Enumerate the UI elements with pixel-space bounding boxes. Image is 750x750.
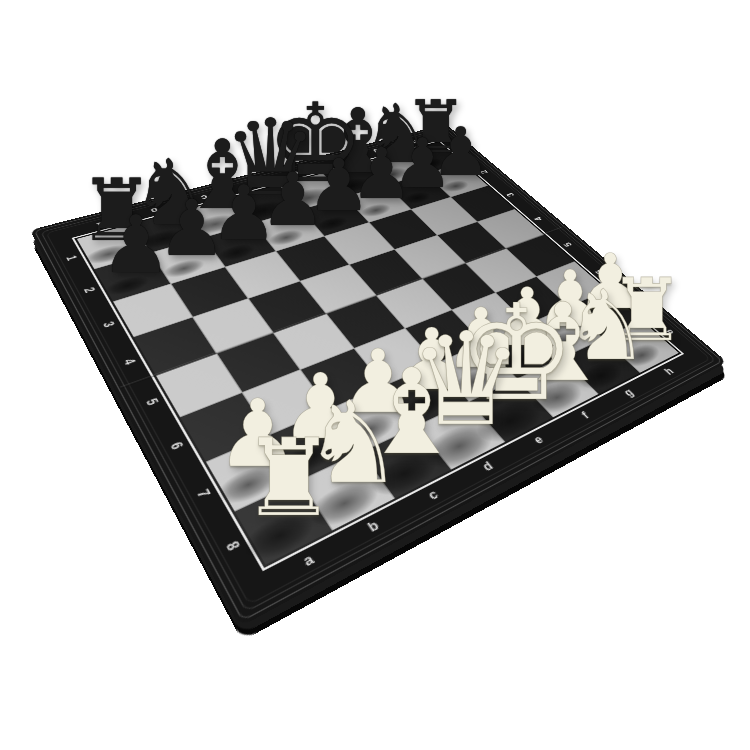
file-label-front-g: g: [621, 387, 636, 399]
rank-label-right-7: 7: [626, 297, 639, 305]
file-label-back-c: c: [199, 193, 210, 201]
file-label-back-d: d: [246, 181, 257, 189]
rank-label-right-6: 6: [593, 268, 606, 275]
file-label-front-a: a: [300, 552, 316, 570]
file-label-front-f: f: [579, 410, 592, 421]
rank-label-left-2: 2: [80, 286, 97, 294]
file-label-back-a: a: [95, 220, 106, 229]
file-label-front-e: e: [531, 433, 546, 446]
rank-label-left-7: 7: [193, 486, 213, 499]
file-label-back-b: b: [148, 206, 159, 214]
file-label-front-c: c: [425, 488, 441, 503]
file-label-back-h: h: [410, 139, 420, 145]
rank-label-left-6: 6: [166, 439, 186, 451]
file-label-back-g: g: [372, 149, 382, 156]
rank-label-right-8: 8: [662, 328, 675, 336]
rank-label-right-2: 2: [478, 169, 490, 174]
rank-label-right-1: 1: [453, 148, 465, 153]
rank-label-right-4: 4: [532, 216, 544, 222]
rank-label-left-4: 4: [120, 356, 138, 366]
rank-label-left-1: 1: [63, 254, 79, 262]
chess-board: 1122334455667788aabbccddeeffgghh: [30, 124, 727, 627]
rank-label-left-5: 5: [142, 396, 161, 407]
chess-set-photo: 1122334455667788aabbccddeeffgghh ♜♞♝♛♚♝♞…: [0, 0, 750, 750]
rank-label-left-8: 8: [222, 538, 243, 553]
file-label-front-h: h: [662, 366, 677, 377]
file-label-front-d: d: [480, 459, 496, 474]
rank-label-left-3: 3: [99, 320, 117, 329]
file-label-front-b: b: [365, 518, 382, 535]
rank-label-right-5: 5: [562, 241, 575, 247]
rank-label-right-3: 3: [504, 192, 516, 198]
file-label-back-e: e: [290, 170, 300, 177]
file-label-back-f: f: [333, 159, 341, 165]
